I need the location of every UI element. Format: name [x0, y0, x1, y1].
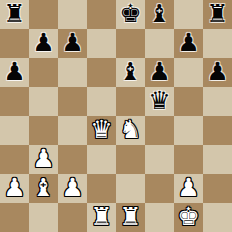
white-pawn-piece: ♟ [3, 173, 25, 202]
black-bishop-piece: ♝ [119, 57, 141, 86]
square-f3[interactable] [145, 145, 174, 174]
black-pawn-piece: ♟ [206, 57, 228, 86]
square-b5[interactable] [29, 87, 58, 116]
square-b8[interactable] [29, 0, 58, 29]
square-d6[interactable] [87, 58, 116, 87]
black-king-piece: ♚ [119, 0, 141, 28]
square-d2[interactable] [87, 174, 116, 203]
square-e7[interactable] [116, 29, 145, 58]
square-d5[interactable] [87, 87, 116, 116]
square-f2[interactable] [145, 174, 174, 203]
square-d3[interactable] [87, 145, 116, 174]
white-knight-piece: ♞ [119, 115, 141, 144]
black-bishop-piece: ♝ [148, 0, 170, 28]
black-pawn-piece: ♟ [61, 28, 83, 57]
square-e5[interactable] [116, 87, 145, 116]
black-rook-piece: ♜ [206, 0, 228, 28]
square-c5[interactable] [58, 87, 87, 116]
square-c4[interactable] [58, 116, 87, 145]
white-pawn-piece: ♟ [61, 173, 83, 202]
square-h6[interactable]: ♟ [203, 58, 232, 87]
square-h4[interactable] [203, 116, 232, 145]
square-b7[interactable]: ♟ [29, 29, 58, 58]
square-d8[interactable] [87, 0, 116, 29]
square-b6[interactable] [29, 58, 58, 87]
black-pawn-piece: ♟ [32, 28, 54, 57]
square-c2[interactable]: ♟ [58, 174, 87, 203]
square-g1[interactable]: ♚ [174, 203, 203, 232]
square-a6[interactable]: ♟ [0, 58, 29, 87]
white-pawn-piece: ♟ [32, 144, 54, 173]
square-e6[interactable]: ♝ [116, 58, 145, 87]
square-b3[interactable]: ♟ [29, 145, 58, 174]
square-b1[interactable] [29, 203, 58, 232]
square-e8[interactable]: ♚ [116, 0, 145, 29]
square-g3[interactable] [174, 145, 203, 174]
black-queen-piece: ♛ [148, 86, 170, 115]
square-f8[interactable]: ♝ [145, 0, 174, 29]
square-e3[interactable] [116, 145, 145, 174]
square-a1[interactable] [0, 203, 29, 232]
square-a8[interactable]: ♜ [0, 0, 29, 29]
square-h3[interactable] [203, 145, 232, 174]
square-g6[interactable] [174, 58, 203, 87]
square-e1[interactable]: ♜ [116, 203, 145, 232]
square-g8[interactable] [174, 0, 203, 29]
square-a4[interactable] [0, 116, 29, 145]
square-b2[interactable]: ♝ [29, 174, 58, 203]
chess-board: ♜♚♝♜♟♟♟♟♝♟♟♛♛♞♟♟♝♟♟♜♜♚ [0, 0, 232, 232]
square-c6[interactable] [58, 58, 87, 87]
square-g4[interactable] [174, 116, 203, 145]
black-pawn-piece: ♟ [177, 28, 199, 57]
square-f6[interactable]: ♟ [145, 58, 174, 87]
square-f4[interactable] [145, 116, 174, 145]
square-g2[interactable]: ♟ [174, 174, 203, 203]
square-f1[interactable] [145, 203, 174, 232]
square-d4[interactable]: ♛ [87, 116, 116, 145]
square-d7[interactable] [87, 29, 116, 58]
square-a5[interactable] [0, 87, 29, 116]
square-e4[interactable]: ♞ [116, 116, 145, 145]
square-a7[interactable] [0, 29, 29, 58]
square-e2[interactable] [116, 174, 145, 203]
square-d1[interactable]: ♜ [87, 203, 116, 232]
black-pawn-piece: ♟ [3, 57, 25, 86]
square-c7[interactable]: ♟ [58, 29, 87, 58]
white-rook-piece: ♜ [90, 202, 112, 231]
square-a2[interactable]: ♟ [0, 174, 29, 203]
square-h5[interactable] [203, 87, 232, 116]
square-f5[interactable]: ♛ [145, 87, 174, 116]
square-g7[interactable]: ♟ [174, 29, 203, 58]
white-king-piece: ♚ [177, 202, 199, 231]
square-h1[interactable] [203, 203, 232, 232]
square-h2[interactable] [203, 174, 232, 203]
square-h7[interactable] [203, 29, 232, 58]
black-pawn-piece: ♟ [148, 57, 170, 86]
square-b4[interactable] [29, 116, 58, 145]
black-rook-piece: ♜ [3, 0, 25, 28]
square-f7[interactable] [145, 29, 174, 58]
square-c8[interactable] [58, 0, 87, 29]
square-g5[interactable] [174, 87, 203, 116]
square-c3[interactable] [58, 145, 87, 174]
white-rook-piece: ♜ [119, 202, 141, 231]
white-bishop-piece: ♝ [32, 173, 54, 202]
square-c1[interactable] [58, 203, 87, 232]
square-h8[interactable]: ♜ [203, 0, 232, 29]
square-a3[interactable] [0, 145, 29, 174]
white-queen-piece: ♛ [90, 115, 112, 144]
white-pawn-piece: ♟ [177, 173, 199, 202]
